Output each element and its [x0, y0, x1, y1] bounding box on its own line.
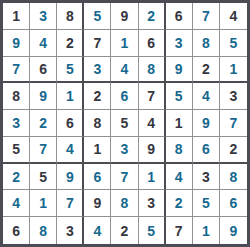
cell-r9c5[interactable]: 2 — [111, 217, 138, 244]
solved-digit: 9 — [230, 223, 238, 239]
cell-r2c3[interactable]: 2 — [57, 30, 84, 57]
cell-r4c5[interactable]: 6 — [111, 83, 138, 110]
given-digit: 7 — [175, 223, 183, 239]
solved-digit: 4 — [12, 195, 20, 211]
solved-digit: 5 — [230, 35, 238, 51]
cell-r1c5[interactable]: 9 — [111, 3, 138, 30]
solved-digit: 1 — [147, 169, 155, 185]
cell-r3c1[interactable]: 7 — [3, 57, 30, 84]
cell-r5c3[interactable]: 6 — [57, 110, 84, 137]
cell-r8c3[interactable]: 7 — [57, 190, 84, 217]
cell-r4c2[interactable]: 9 — [30, 83, 57, 110]
solved-digit: 3 — [12, 115, 20, 131]
cell-r6c6[interactable]: 9 — [139, 137, 166, 164]
solved-digit: 3 — [39, 8, 47, 24]
solved-digit: 1 — [202, 223, 210, 239]
cell-r1c3[interactable]: 8 — [57, 3, 84, 30]
cell-r7c8[interactable]: 3 — [193, 164, 220, 191]
given-digit: 1 — [175, 115, 183, 131]
cell-r4c4[interactable]: 2 — [84, 83, 111, 110]
cell-r7c2[interactable]: 5 — [30, 164, 57, 191]
given-digit: 1 — [12, 8, 20, 24]
solved-digit: 7 — [230, 115, 238, 131]
cell-r6c1[interactable]: 5 — [3, 137, 30, 164]
cell-r2c9[interactable]: 5 — [220, 30, 247, 57]
solved-digit: 5 — [175, 88, 183, 104]
cell-r3c9[interactable]: 1 — [220, 57, 247, 84]
given-digit: 5 — [121, 115, 129, 131]
sudoku-board: 1385926749427163857653489218912675433268… — [0, 0, 250, 247]
cell-r6c5[interactable]: 3 — [111, 137, 138, 164]
solved-digit: 4 — [202, 88, 210, 104]
given-digit: 7 — [93, 35, 101, 51]
cell-r8c5[interactable]: 8 — [111, 190, 138, 217]
solved-digit: 7 — [121, 169, 129, 185]
solved-digit: 7 — [39, 141, 47, 157]
cell-r5c9[interactable]: 7 — [220, 110, 247, 137]
solved-digit: 5 — [202, 195, 210, 211]
cell-r5c2[interactable]: 2 — [30, 110, 57, 137]
cell-r4c8[interactable]: 4 — [193, 83, 220, 110]
cell-r4c7[interactable]: 5 — [166, 83, 193, 110]
solved-digit: 8 — [202, 35, 210, 51]
solved-digit: 7 — [202, 8, 210, 24]
cell-r9c6[interactable]: 5 — [139, 217, 166, 244]
solved-digit: 6 — [121, 88, 129, 104]
cell-r5c7[interactable]: 1 — [166, 110, 193, 137]
given-digit: 3 — [147, 195, 155, 211]
given-digit: 2 — [202, 61, 210, 77]
cell-r9c1[interactable]: 6 — [3, 217, 30, 244]
cell-r9c3[interactable]: 3 — [57, 217, 84, 244]
solved-digit: 1 — [121, 35, 129, 51]
cell-r8c2[interactable]: 1 — [30, 190, 57, 217]
cell-r8c9[interactable]: 6 — [220, 190, 247, 217]
cell-r1c4[interactable]: 5 — [84, 3, 111, 30]
solved-digit: 4 — [121, 61, 129, 77]
given-digit: 6 — [12, 223, 20, 239]
given-digit: 2 — [66, 35, 74, 51]
solved-digit: 7 — [66, 195, 74, 211]
solved-digit: 7 — [12, 61, 20, 77]
cell-r2c4[interactable]: 7 — [84, 30, 111, 57]
solved-digit: 8 — [175, 141, 183, 157]
solved-digit: 3 — [93, 61, 101, 77]
cell-r4c6[interactable]: 7 — [139, 83, 166, 110]
cell-r3c5[interactable]: 4 — [111, 57, 138, 84]
cell-r4c3[interactable]: 1 — [57, 83, 84, 110]
solved-digit: 4 — [66, 141, 74, 157]
solved-digit: 2 — [175, 195, 183, 211]
given-digit: 6 — [66, 115, 74, 131]
cell-r5c4[interactable]: 8 — [84, 110, 111, 137]
solved-digit: 9 — [12, 35, 20, 51]
given-digit: 8 — [12, 88, 20, 104]
solved-digit: 2 — [12, 169, 20, 185]
solved-digit: 4 — [39, 35, 47, 51]
cell-r7c5[interactable]: 7 — [111, 164, 138, 191]
cell-r5c1[interactable]: 3 — [3, 110, 30, 137]
given-digit: 2 — [93, 88, 101, 104]
solved-digit: 3 — [121, 141, 129, 157]
cell-r9c4[interactable]: 4 — [84, 217, 111, 244]
solved-digit: 9 — [202, 115, 210, 131]
given-digit: 7 — [147, 88, 155, 104]
cell-r7c4[interactable]: 6 — [84, 164, 111, 191]
solved-digit: 8 — [39, 223, 47, 239]
solved-digit: 2 — [39, 115, 47, 131]
given-digit: 2 — [230, 141, 238, 157]
cell-r1c6[interactable]: 2 — [139, 3, 166, 30]
solved-digit: 8 — [230, 169, 238, 185]
solved-digit: 3 — [175, 35, 183, 51]
solved-digit: 9 — [66, 169, 74, 185]
cell-r7c7[interactable]: 4 — [166, 164, 193, 191]
cell-r2c6[interactable]: 6 — [139, 30, 166, 57]
cell-r6c8[interactable]: 6 — [193, 137, 220, 164]
given-digit: 1 — [93, 141, 101, 157]
given-digit: 6 — [147, 35, 155, 51]
cell-r8c4[interactable]: 9 — [84, 190, 111, 217]
solved-digit: 5 — [66, 61, 74, 77]
cell-r8c1[interactable]: 4 — [3, 190, 30, 217]
given-digit: 9 — [147, 141, 155, 157]
cell-r2c7[interactable]: 3 — [166, 30, 193, 57]
cell-r7c9[interactable]: 8 — [220, 164, 247, 191]
solved-digit: 5 — [93, 8, 101, 24]
solved-digit: 1 — [66, 88, 74, 104]
given-digit: 4 — [230, 8, 238, 24]
cell-r1c7[interactable]: 6 — [166, 3, 193, 30]
cell-r9c7[interactable]: 7 — [166, 217, 193, 244]
solved-digit: 6 — [230, 195, 238, 211]
cell-r6c4[interactable]: 1 — [84, 137, 111, 164]
cell-r3c8[interactable]: 2 — [193, 57, 220, 84]
cell-r2c1[interactable]: 9 — [3, 30, 30, 57]
given-digit: 6 — [39, 61, 47, 77]
cell-r8c8[interactable]: 5 — [193, 190, 220, 217]
solved-digit: 9 — [39, 88, 47, 104]
given-digit: 6 — [175, 8, 183, 24]
given-digit: 4 — [147, 115, 155, 131]
cell-r5c6[interactable]: 4 — [139, 110, 166, 137]
cell-r2c2[interactable]: 4 — [30, 30, 57, 57]
given-digit: 5 — [12, 141, 20, 157]
cell-r5c5[interactable]: 5 — [111, 110, 138, 137]
cell-r4c9[interactable]: 3 — [220, 83, 247, 110]
cell-r7c6[interactable]: 1 — [139, 164, 166, 191]
cell-r8c7[interactable]: 2 — [166, 190, 193, 217]
cell-r9c2[interactable]: 8 — [30, 217, 57, 244]
given-digit: 9 — [121, 8, 129, 24]
solved-digit: 8 — [147, 61, 155, 77]
cell-r4c1[interactable]: 8 — [3, 83, 30, 110]
solved-digit: 4 — [175, 169, 183, 185]
cell-r7c1[interactable]: 2 — [3, 164, 30, 191]
solved-digit: 6 — [202, 141, 210, 157]
given-digit: 2 — [121, 223, 129, 239]
cell-r1c8[interactable]: 7 — [193, 3, 220, 30]
cell-r3c4[interactable]: 3 — [84, 57, 111, 84]
cell-r3c7[interactable]: 9 — [166, 57, 193, 84]
cell-r6c2[interactable]: 7 — [30, 137, 57, 164]
given-digit: 8 — [66, 8, 74, 24]
given-digit: 3 — [202, 169, 210, 185]
cell-r3c2[interactable]: 6 — [30, 57, 57, 84]
solved-digit: 6 — [93, 169, 101, 185]
given-digit: 3 — [230, 88, 238, 104]
cell-r5c8[interactable]: 9 — [193, 110, 220, 137]
cell-r8c6[interactable]: 3 — [139, 190, 166, 217]
given-digit: 9 — [93, 195, 101, 211]
cell-r6c9[interactable]: 2 — [220, 137, 247, 164]
cell-r1c1[interactable]: 1 — [3, 3, 30, 30]
solved-digit: 4 — [93, 223, 101, 239]
cell-r1c2[interactable]: 3 — [30, 3, 57, 30]
cell-r6c7[interactable]: 8 — [166, 137, 193, 164]
given-digit: 5 — [39, 169, 47, 185]
cell-r2c8[interactable]: 8 — [193, 30, 220, 57]
cell-r9c9[interactable]: 9 — [220, 217, 247, 244]
solved-digit: 5 — [147, 223, 155, 239]
cell-r9c8[interactable]: 1 — [193, 217, 220, 244]
cell-r2c5[interactable]: 1 — [111, 30, 138, 57]
cell-r3c3[interactable]: 5 — [57, 57, 84, 84]
cell-r7c3[interactable]: 9 — [57, 164, 84, 191]
solved-digit: 8 — [121, 195, 129, 211]
solved-digit: 1 — [39, 195, 47, 211]
cell-r6c3[interactable]: 4 — [57, 137, 84, 164]
given-digit: 8 — [93, 115, 101, 131]
solved-digit: 9 — [175, 61, 183, 77]
solved-digit: 2 — [147, 8, 155, 24]
given-digit: 3 — [66, 223, 74, 239]
solved-digit: 1 — [230, 61, 238, 77]
cell-r3c6[interactable]: 8 — [139, 57, 166, 84]
cell-r1c9[interactable]: 4 — [220, 3, 247, 30]
